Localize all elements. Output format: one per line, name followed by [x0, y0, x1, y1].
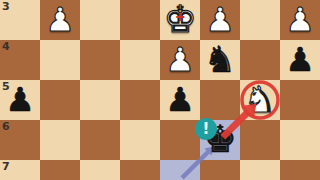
square-a6[interactable]: [280, 120, 320, 160]
piece-white-pawn[interactable]: ♟: [40, 0, 80, 40]
rank-label-3: 3: [2, 0, 10, 13]
square-e5[interactable]: [120, 80, 160, 120]
square-c3[interactable]: ♟: [200, 0, 240, 40]
piece-black-pawn[interactable]: ♟: [160, 80, 200, 120]
chess-board: 3♟♚✚♟♟4♟♞♟5♟♟♞6♚7 !: [0, 0, 320, 180]
square-c5[interactable]: [200, 80, 240, 120]
square-e7[interactable]: [120, 160, 160, 180]
square-b4[interactable]: [240, 40, 280, 80]
piece-black-pawn[interactable]: ♟: [0, 80, 40, 120]
square-f5[interactable]: [80, 80, 120, 120]
rank-label-6: 6: [2, 120, 10, 133]
move-classification-badge: !: [195, 118, 217, 140]
square-g4[interactable]: [40, 40, 80, 80]
rank-label-4: 4: [2, 40, 10, 53]
square-b3[interactable]: [240, 0, 280, 40]
square-h4[interactable]: 4: [0, 40, 40, 80]
rank-label-7: 7: [2, 160, 10, 173]
square-f3[interactable]: [80, 0, 120, 40]
board-grid: 3♟♚✚♟♟4♟♞♟5♟♟♞6♚7: [0, 0, 320, 180]
square-g5[interactable]: [40, 80, 80, 120]
piece-white-pawn[interactable]: ♟: [280, 0, 320, 40]
square-g6[interactable]: [40, 120, 80, 160]
square-b6[interactable]: [240, 120, 280, 160]
square-d3[interactable]: ♚✚: [160, 0, 200, 40]
square-b7[interactable]: [240, 160, 280, 180]
square-f6[interactable]: [80, 120, 120, 160]
square-h6[interactable]: 6: [0, 120, 40, 160]
square-d5[interactable]: ♟: [160, 80, 200, 120]
square-h7[interactable]: 7: [0, 160, 40, 180]
square-d7[interactable]: [160, 160, 200, 180]
square-f4[interactable]: [80, 40, 120, 80]
piece-black-knight[interactable]: ♞: [200, 40, 240, 80]
square-a7[interactable]: [280, 160, 320, 180]
square-a3[interactable]: ♟: [280, 0, 320, 40]
square-h3[interactable]: 3: [0, 0, 40, 40]
square-a5[interactable]: [280, 80, 320, 120]
square-a4[interactable]: ♟: [280, 40, 320, 80]
square-c4[interactable]: ♞: [200, 40, 240, 80]
square-e6[interactable]: [120, 120, 160, 160]
piece-white-knight[interactable]: ♞: [240, 80, 280, 120]
piece-white-pawn[interactable]: ♟: [200, 0, 240, 40]
square-c7[interactable]: [200, 160, 240, 180]
square-d6[interactable]: [160, 120, 200, 160]
square-g3[interactable]: ♟: [40, 0, 80, 40]
piece-white-pawn[interactable]: ♟: [160, 40, 200, 80]
piece-white-king[interactable]: ♚✚: [160, 0, 200, 40]
square-e3[interactable]: [120, 0, 160, 40]
square-f7[interactable]: [80, 160, 120, 180]
square-e4[interactable]: [120, 40, 160, 80]
square-d4[interactable]: ♟: [160, 40, 200, 80]
square-b5[interactable]: ♞: [240, 80, 280, 120]
square-h5[interactable]: 5♟: [0, 80, 40, 120]
square-g7[interactable]: [40, 160, 80, 180]
piece-black-pawn[interactable]: ♟: [280, 40, 320, 80]
king-red-cross: ✚: [175, 12, 184, 23]
